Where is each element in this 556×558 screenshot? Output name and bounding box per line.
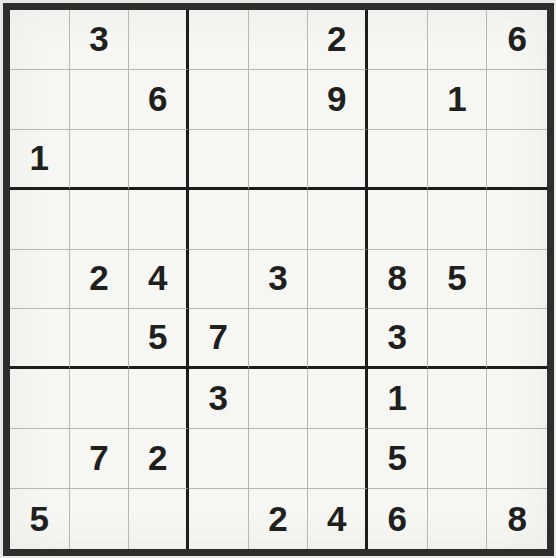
cell-r7c4[interactable]: 3 (189, 369, 249, 429)
cell-r1c2[interactable]: 3 (70, 10, 130, 70)
cell-r9c6[interactable]: 4 (308, 489, 368, 549)
cell-r9c4[interactable] (189, 489, 249, 549)
cell-r7c2[interactable] (70, 369, 130, 429)
cell-r6c3[interactable]: 5 (129, 309, 189, 369)
cell-r1c9[interactable]: 6 (487, 10, 547, 70)
given-digit: 3 (89, 21, 108, 56)
given-digit: 3 (388, 319, 407, 354)
cell-r2c7[interactable] (368, 70, 428, 130)
cell-r4c8[interactable] (428, 190, 488, 250)
cell-r6c1[interactable] (10, 309, 70, 369)
cell-r2c2[interactable] (70, 70, 130, 130)
cell-r5c6[interactable] (308, 250, 368, 310)
given-digit: 5 (30, 501, 49, 536)
cell-r8c1[interactable] (10, 429, 70, 489)
given-digit: 5 (148, 319, 167, 354)
cell-r5c7[interactable]: 8 (368, 250, 428, 310)
cell-r1c5[interactable] (249, 10, 309, 70)
given-digit: 2 (89, 260, 108, 295)
cell-r4c5[interactable] (249, 190, 309, 250)
cell-r1c8[interactable] (428, 10, 488, 70)
cell-r4c7[interactable] (368, 190, 428, 250)
cell-r8c4[interactable] (189, 429, 249, 489)
cell-r9c1[interactable]: 5 (10, 489, 70, 549)
cell-r5c5[interactable]: 3 (249, 250, 309, 310)
cell-r2c3[interactable]: 6 (129, 70, 189, 130)
given-digit: 2 (268, 501, 287, 536)
given-digit: 9 (327, 81, 346, 116)
cell-r2c5[interactable] (249, 70, 309, 130)
given-digit: 3 (209, 380, 228, 415)
cell-r9c5[interactable]: 2 (249, 489, 309, 549)
cell-r9c8[interactable] (428, 489, 488, 549)
cell-r3c1[interactable]: 1 (10, 130, 70, 190)
cell-r1c6[interactable]: 2 (308, 10, 368, 70)
cell-r2c1[interactable] (10, 70, 70, 130)
cell-r6c4[interactable]: 7 (189, 309, 249, 369)
cell-r3c9[interactable] (487, 130, 547, 190)
cell-r8c9[interactable] (487, 429, 547, 489)
cell-r4c3[interactable] (129, 190, 189, 250)
cell-r3c3[interactable] (129, 130, 189, 190)
cell-r3c8[interactable] (428, 130, 488, 190)
cell-r8c8[interactable] (428, 429, 488, 489)
cell-r8c5[interactable] (249, 429, 309, 489)
cell-r5c8[interactable]: 5 (428, 250, 488, 310)
cell-r5c3[interactable]: 4 (129, 250, 189, 310)
cell-r6c5[interactable] (249, 309, 309, 369)
cell-r4c4[interactable] (189, 190, 249, 250)
cell-r8c3[interactable]: 2 (129, 429, 189, 489)
cell-r1c7[interactable] (368, 10, 428, 70)
cell-r5c9[interactable] (487, 250, 547, 310)
given-digit: 5 (447, 260, 466, 295)
cell-r3c7[interactable] (368, 130, 428, 190)
cell-r7c1[interactable] (10, 369, 70, 429)
given-digit: 3 (268, 260, 287, 295)
given-digit: 8 (507, 501, 526, 536)
cell-r7c5[interactable] (249, 369, 309, 429)
cell-r6c7[interactable]: 3 (368, 309, 428, 369)
cell-r7c6[interactable] (308, 369, 368, 429)
cell-r3c6[interactable] (308, 130, 368, 190)
cell-r1c4[interactable] (189, 10, 249, 70)
cell-r4c2[interactable] (70, 190, 130, 250)
page-root: 3266911243855733172552468 (0, 0, 556, 558)
cell-r9c2[interactable] (70, 489, 130, 549)
cell-r4c1[interactable] (10, 190, 70, 250)
sudoku-board: 3266911243855733172552468 (3, 3, 554, 556)
given-digit: 1 (30, 140, 49, 175)
given-digit: 7 (209, 319, 228, 354)
cell-r9c7[interactable]: 6 (368, 489, 428, 549)
given-digit: 8 (388, 260, 407, 295)
given-digit: 2 (148, 440, 167, 475)
cell-r3c4[interactable] (189, 130, 249, 190)
cell-r6c2[interactable] (70, 309, 130, 369)
cell-r2c9[interactable] (487, 70, 547, 130)
cell-r7c8[interactable] (428, 369, 488, 429)
cell-r4c6[interactable] (308, 190, 368, 250)
given-digit: 6 (507, 21, 526, 56)
given-digit: 5 (388, 440, 407, 475)
given-digit: 4 (148, 260, 167, 295)
given-digit: 6 (388, 501, 407, 536)
cell-r5c2[interactable]: 2 (70, 250, 130, 310)
cell-r9c9[interactable]: 8 (487, 489, 547, 549)
cell-r7c9[interactable] (487, 369, 547, 429)
cell-r5c1[interactable] (10, 250, 70, 310)
cell-r1c1[interactable] (10, 10, 70, 70)
given-digit: 1 (447, 81, 466, 116)
cell-r8c7[interactable]: 5 (368, 429, 428, 489)
cell-r3c2[interactable] (70, 130, 130, 190)
cell-r2c6[interactable]: 9 (308, 70, 368, 130)
cell-r3c5[interactable] (249, 130, 309, 190)
cell-r6c9[interactable] (487, 309, 547, 369)
cell-r9c3[interactable] (129, 489, 189, 549)
cell-r1c3[interactable] (129, 10, 189, 70)
cell-r8c6[interactable] (308, 429, 368, 489)
cell-r2c8[interactable]: 1 (428, 70, 488, 130)
given-digit: 7 (89, 440, 108, 475)
cell-r8c2[interactable]: 7 (70, 429, 130, 489)
given-digit: 6 (148, 81, 167, 116)
cell-r5c4[interactable] (189, 250, 249, 310)
cell-r4c9[interactable] (487, 190, 547, 250)
cell-r2c4[interactable] (189, 70, 249, 130)
given-digit: 4 (327, 501, 346, 536)
given-digit: 1 (388, 380, 407, 415)
cell-r7c7[interactable]: 1 (368, 369, 428, 429)
cell-r7c3[interactable] (129, 369, 189, 429)
cell-r6c8[interactable] (428, 309, 488, 369)
cell-r6c6[interactable] (308, 309, 368, 369)
given-digit: 2 (327, 21, 346, 56)
